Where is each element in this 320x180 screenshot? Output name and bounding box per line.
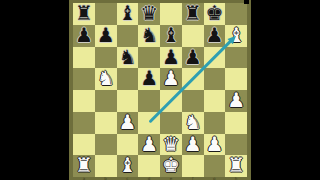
black-pawn-b7[interactable]: ♟ bbox=[95, 25, 117, 47]
chess-board[interactable]: ♜♝♛♜♚♟♟♞♝♟♝♞♟♟♞♟♟♟♟♞♟♛♟♟♜♝♚♜ bbox=[73, 3, 247, 177]
square-h1[interactable]: ♜ bbox=[225, 155, 247, 177]
square-d3[interactable] bbox=[138, 112, 160, 134]
letterbox-left bbox=[0, 0, 69, 180]
square-h6[interactable] bbox=[225, 47, 247, 69]
square-g6[interactable] bbox=[204, 47, 226, 69]
square-c5[interactable] bbox=[117, 68, 139, 90]
file-label-h: h bbox=[225, 177, 247, 180]
file-label-c: c bbox=[117, 177, 139, 180]
file-labels: abcdefgh bbox=[73, 177, 247, 180]
white-bishop-h7[interactable]: ♝ bbox=[225, 25, 247, 47]
square-d4[interactable] bbox=[138, 90, 160, 112]
black-bishop-e7[interactable]: ♝ bbox=[160, 25, 182, 47]
square-e6[interactable]: ♟ bbox=[160, 47, 182, 69]
square-a1[interactable]: ♜ bbox=[73, 155, 95, 177]
square-f1[interactable] bbox=[182, 155, 204, 177]
square-a7[interactable]: ♟ bbox=[73, 25, 95, 47]
square-d6[interactable] bbox=[138, 47, 160, 69]
square-b8[interactable] bbox=[95, 3, 117, 25]
square-c7[interactable] bbox=[117, 25, 139, 47]
square-e5[interactable]: ♟ bbox=[160, 68, 182, 90]
white-pawn-c3[interactable]: ♟ bbox=[117, 112, 139, 134]
square-h5[interactable] bbox=[225, 68, 247, 90]
file-label-e: e bbox=[160, 177, 182, 180]
square-d5[interactable]: ♟ bbox=[138, 68, 160, 90]
square-e7[interactable]: ♝ bbox=[160, 25, 182, 47]
white-pawn-g2[interactable]: ♟ bbox=[204, 134, 226, 156]
square-g1[interactable] bbox=[204, 155, 226, 177]
file-label-g: g bbox=[204, 177, 226, 180]
black-pawn-f6[interactable]: ♟ bbox=[182, 47, 204, 69]
letterbox-right bbox=[251, 0, 320, 180]
black-rook-a8[interactable]: ♜ bbox=[73, 3, 95, 25]
square-a3[interactable] bbox=[73, 112, 95, 134]
white-rook-h1[interactable]: ♜ bbox=[225, 155, 247, 177]
square-f7[interactable] bbox=[182, 25, 204, 47]
white-pawn-f2[interactable]: ♟ bbox=[182, 134, 204, 156]
square-d8[interactable]: ♛ bbox=[138, 3, 160, 25]
square-c8[interactable]: ♝ bbox=[117, 3, 139, 25]
square-a4[interactable] bbox=[73, 90, 95, 112]
white-rook-a1[interactable]: ♜ bbox=[73, 155, 95, 177]
square-h2[interactable] bbox=[225, 134, 247, 156]
square-g3[interactable] bbox=[204, 112, 226, 134]
turn-indicator-black-to-move bbox=[244, 0, 249, 4]
square-h7[interactable]: ♝ bbox=[225, 25, 247, 47]
square-b7[interactable]: ♟ bbox=[95, 25, 117, 47]
white-pawn-e5[interactable]: ♟ bbox=[160, 68, 182, 90]
square-g4[interactable] bbox=[204, 90, 226, 112]
square-c1[interactable]: ♝ bbox=[117, 155, 139, 177]
square-f6[interactable]: ♟ bbox=[182, 47, 204, 69]
square-e1[interactable]: ♚ bbox=[160, 155, 182, 177]
square-b6[interactable] bbox=[95, 47, 117, 69]
black-pawn-g7[interactable]: ♟ bbox=[204, 25, 226, 47]
square-f5[interactable] bbox=[182, 68, 204, 90]
file-label-b: b bbox=[95, 177, 117, 180]
square-f3[interactable]: ♞ bbox=[182, 112, 204, 134]
square-d2[interactable]: ♟ bbox=[138, 134, 160, 156]
square-g2[interactable]: ♟ bbox=[204, 134, 226, 156]
white-knight-f3[interactable]: ♞ bbox=[182, 112, 204, 134]
square-a5[interactable] bbox=[73, 68, 95, 90]
file-label-d: d bbox=[138, 177, 160, 180]
white-pawn-d2[interactable]: ♟ bbox=[138, 134, 160, 156]
black-knight-d7[interactable]: ♞ bbox=[138, 25, 160, 47]
black-pawn-a7[interactable]: ♟ bbox=[73, 25, 95, 47]
black-pawn-e6[interactable]: ♟ bbox=[160, 47, 182, 69]
square-h8[interactable] bbox=[225, 3, 247, 25]
white-king-e1[interactable]: ♚ bbox=[160, 155, 182, 177]
square-f2[interactable]: ♟ bbox=[182, 134, 204, 156]
square-g7[interactable]: ♟ bbox=[204, 25, 226, 47]
black-pawn-d5[interactable]: ♟ bbox=[138, 68, 160, 90]
square-f8[interactable]: ♜ bbox=[182, 3, 204, 25]
square-h3[interactable] bbox=[225, 112, 247, 134]
square-e3[interactable] bbox=[160, 112, 182, 134]
square-h4[interactable]: ♟ bbox=[225, 90, 247, 112]
square-b5[interactable]: ♞ bbox=[95, 68, 117, 90]
square-g5[interactable] bbox=[204, 68, 226, 90]
black-rook-f8[interactable]: ♜ bbox=[182, 3, 204, 25]
black-bishop-c8[interactable]: ♝ bbox=[117, 3, 139, 25]
square-a2[interactable] bbox=[73, 134, 95, 156]
square-b2[interactable] bbox=[95, 134, 117, 156]
square-b4[interactable] bbox=[95, 90, 117, 112]
square-c4[interactable] bbox=[117, 90, 139, 112]
black-queen-d8[interactable]: ♛ bbox=[138, 3, 160, 25]
chess-board-frame: ♜♝♛♜♚♟♟♞♝♟♝♞♟♟♞♟♟♟♟♞♟♛♟♟♜♝♚♜ abcdefgh bbox=[69, 0, 251, 180]
square-c2[interactable] bbox=[117, 134, 139, 156]
square-c3[interactable]: ♟ bbox=[117, 112, 139, 134]
square-d7[interactable]: ♞ bbox=[138, 25, 160, 47]
square-e4[interactable] bbox=[160, 90, 182, 112]
square-f4[interactable] bbox=[182, 90, 204, 112]
white-bishop-c1[interactable]: ♝ bbox=[117, 155, 139, 177]
square-a8[interactable]: ♜ bbox=[73, 3, 95, 25]
white-pawn-h4[interactable]: ♟ bbox=[225, 90, 247, 112]
square-a6[interactable] bbox=[73, 47, 95, 69]
square-b1[interactable] bbox=[95, 155, 117, 177]
square-c6[interactable]: ♞ bbox=[117, 47, 139, 69]
square-b3[interactable] bbox=[95, 112, 117, 134]
white-queen-e2[interactable]: ♛ bbox=[160, 134, 182, 156]
square-e8[interactable] bbox=[160, 3, 182, 25]
file-label-a: a bbox=[73, 177, 95, 180]
square-d1[interactable] bbox=[138, 155, 160, 177]
white-knight-b5[interactable]: ♞ bbox=[95, 68, 117, 90]
square-g8[interactable]: ♚ bbox=[204, 3, 226, 25]
black-knight-c6[interactable]: ♞ bbox=[117, 47, 139, 69]
file-label-f: f bbox=[182, 177, 204, 180]
black-king-g8[interactable]: ♚ bbox=[204, 3, 226, 25]
square-e2[interactable]: ♛ bbox=[160, 134, 182, 156]
